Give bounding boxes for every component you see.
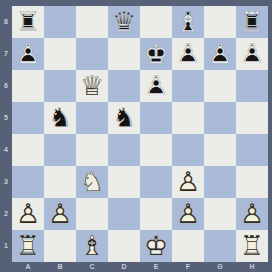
chess-diagram: ♜♖♛♕♝♗♜♖♟♙♚♔♟♙♟♙♟♙♛♕♟♙♞♘♞♘♞♘♟♙♟♙♟♙♟♙♟♙♜♖… xyxy=(0,0,272,272)
square-a6[interactable] xyxy=(12,70,44,102)
piece-outline-glyph: ♔ xyxy=(140,38,172,70)
file-label-a: A xyxy=(12,262,44,272)
square-g7[interactable]: ♟♙ xyxy=(204,38,236,70)
white-bishop-c1[interactable]: ♝♗ xyxy=(76,230,108,262)
white-pawn-a2[interactable]: ♟♙ xyxy=(12,198,44,230)
square-b5[interactable]: ♞♘ xyxy=(44,102,76,134)
piece-outline-glyph: ♘ xyxy=(108,102,140,134)
piece-outline-glyph: ♕ xyxy=(76,70,108,102)
square-c4[interactable] xyxy=(76,134,108,166)
piece-outline-glyph: ♖ xyxy=(236,230,268,262)
square-c2[interactable] xyxy=(76,198,108,230)
square-a5[interactable] xyxy=(12,102,44,134)
square-e7[interactable]: ♚♔ xyxy=(140,38,172,70)
piece-outline-glyph: ♘ xyxy=(44,102,76,134)
square-h2[interactable]: ♟♙ xyxy=(236,198,268,230)
file-label-d: D xyxy=(108,262,140,272)
square-d7[interactable] xyxy=(108,38,140,70)
square-c5[interactable] xyxy=(76,102,108,134)
square-f2[interactable]: ♟♙ xyxy=(172,198,204,230)
rank-label-6: 6 xyxy=(0,70,12,102)
piece-outline-glyph: ♙ xyxy=(172,166,204,198)
piece-outline-glyph: ♙ xyxy=(12,198,44,230)
piece-outline-glyph: ♙ xyxy=(172,38,204,70)
square-f4[interactable] xyxy=(172,134,204,166)
black-pawn-h7[interactable]: ♟♙ xyxy=(236,38,268,70)
square-d6[interactable] xyxy=(108,70,140,102)
file-label-h: H xyxy=(236,262,268,272)
piece-outline-glyph: ♙ xyxy=(140,70,172,102)
file-labels: ABCDEFGH xyxy=(12,262,268,272)
square-c3[interactable]: ♞♘ xyxy=(76,166,108,198)
rank-label-4: 4 xyxy=(0,134,12,166)
square-b6[interactable] xyxy=(44,70,76,102)
square-b7[interactable] xyxy=(44,38,76,70)
piece-outline-glyph: ♔ xyxy=(140,230,172,262)
square-e2[interactable] xyxy=(140,198,172,230)
square-e6[interactable]: ♟♙ xyxy=(140,70,172,102)
square-d3[interactable] xyxy=(108,166,140,198)
square-a7[interactable]: ♟♙ xyxy=(12,38,44,70)
rank-label-1: 1 xyxy=(0,230,12,262)
square-b3[interactable] xyxy=(44,166,76,198)
white-rook-a1[interactable]: ♜♖ xyxy=(12,230,44,262)
piece-outline-glyph: ♙ xyxy=(204,38,236,70)
black-pawn-f7[interactable]: ♟♙ xyxy=(172,38,204,70)
piece-outline-glyph: ♖ xyxy=(236,6,268,38)
black-pawn-e6[interactable]: ♟♙ xyxy=(140,70,172,102)
square-h4[interactable] xyxy=(236,134,268,166)
square-f6[interactable] xyxy=(172,70,204,102)
square-d1[interactable] xyxy=(108,230,140,262)
white-queen-c6[interactable]: ♛♕ xyxy=(76,70,108,102)
square-b2[interactable]: ♟♙ xyxy=(44,198,76,230)
rank-label-8: 8 xyxy=(0,6,12,38)
rank-label-2: 2 xyxy=(0,198,12,230)
file-label-b: B xyxy=(44,262,76,272)
square-c6[interactable]: ♛♕ xyxy=(76,70,108,102)
piece-outline-glyph: ♗ xyxy=(76,230,108,262)
square-h8[interactable]: ♜♖ xyxy=(236,6,268,38)
square-b8[interactable] xyxy=(44,6,76,38)
rank-label-3: 3 xyxy=(0,166,12,198)
square-a2[interactable]: ♟♙ xyxy=(12,198,44,230)
piece-outline-glyph: ♙ xyxy=(44,198,76,230)
square-a3[interactable] xyxy=(12,166,44,198)
black-queen-d8[interactable]: ♛♕ xyxy=(108,6,140,38)
square-f5[interactable] xyxy=(172,102,204,134)
white-pawn-f3[interactable]: ♟♙ xyxy=(172,166,204,198)
square-g4[interactable] xyxy=(204,134,236,166)
square-e8[interactable] xyxy=(140,6,172,38)
file-label-c: C xyxy=(76,262,108,272)
piece-outline-glyph: ♕ xyxy=(108,6,140,38)
square-h5[interactable] xyxy=(236,102,268,134)
square-g1[interactable] xyxy=(204,230,236,262)
file-label-e: E xyxy=(140,262,172,272)
square-e1[interactable]: ♚♔ xyxy=(140,230,172,262)
file-label-f: F xyxy=(172,262,204,272)
square-d5[interactable]: ♞♘ xyxy=(108,102,140,134)
black-bishop-f8[interactable]: ♝♗ xyxy=(172,6,204,38)
piece-outline-glyph: ♗ xyxy=(172,6,204,38)
square-d2[interactable] xyxy=(108,198,140,230)
square-d8[interactable]: ♛♕ xyxy=(108,6,140,38)
piece-outline-glyph: ♙ xyxy=(236,198,268,230)
file-label-g: G xyxy=(204,262,236,272)
rank-label-7: 7 xyxy=(0,38,12,70)
rank-label-5: 5 xyxy=(0,102,12,134)
square-e5[interactable] xyxy=(140,102,172,134)
square-f7[interactable]: ♟♙ xyxy=(172,38,204,70)
black-pawn-a7[interactable]: ♟♙ xyxy=(12,38,44,70)
white-pawn-b2[interactable]: ♟♙ xyxy=(44,198,76,230)
piece-outline-glyph: ♙ xyxy=(236,38,268,70)
white-pawn-f2[interactable]: ♟♙ xyxy=(172,198,204,230)
chess-board: ♜♖♛♕♝♗♜♖♟♙♚♔♟♙♟♙♟♙♛♕♟♙♞♘♞♘♞♘♟♙♟♙♟♙♟♙♟♙♜♖… xyxy=(12,6,268,262)
square-e4[interactable] xyxy=(140,134,172,166)
square-g6[interactable] xyxy=(204,70,236,102)
white-king-e1[interactable]: ♚♔ xyxy=(140,230,172,262)
square-g8[interactable] xyxy=(204,6,236,38)
square-h7[interactable]: ♟♙ xyxy=(236,38,268,70)
square-c8[interactable] xyxy=(76,6,108,38)
black-knight-b5[interactable]: ♞♘ xyxy=(44,102,76,134)
piece-outline-glyph: ♖ xyxy=(12,6,44,38)
black-king-e7[interactable]: ♚♔ xyxy=(140,38,172,70)
white-rook-h1[interactable]: ♜♖ xyxy=(236,230,268,262)
square-d4[interactable] xyxy=(108,134,140,166)
square-g3[interactable] xyxy=(204,166,236,198)
square-c1[interactable]: ♝♗ xyxy=(76,230,108,262)
black-pawn-g7[interactable]: ♟♙ xyxy=(204,38,236,70)
piece-outline-glyph: ♘ xyxy=(76,166,108,198)
black-knight-d5[interactable]: ♞♘ xyxy=(108,102,140,134)
square-h6[interactable] xyxy=(236,70,268,102)
square-h3[interactable] xyxy=(236,166,268,198)
square-f8[interactable]: ♝♗ xyxy=(172,6,204,38)
square-b1[interactable] xyxy=(44,230,76,262)
piece-outline-glyph: ♙ xyxy=(172,198,204,230)
square-a4[interactable] xyxy=(12,134,44,166)
square-f1[interactable] xyxy=(172,230,204,262)
square-e3[interactable] xyxy=(140,166,172,198)
black-rook-h8[interactable]: ♜♖ xyxy=(236,6,268,38)
square-f3[interactable]: ♟♙ xyxy=(172,166,204,198)
white-pawn-h2[interactable]: ♟♙ xyxy=(236,198,268,230)
square-a8[interactable]: ♜♖ xyxy=(12,6,44,38)
piece-outline-glyph: ♙ xyxy=(12,38,44,70)
square-h1[interactable]: ♜♖ xyxy=(236,230,268,262)
square-a1[interactable]: ♜♖ xyxy=(12,230,44,262)
white-knight-c3[interactable]: ♞♘ xyxy=(76,166,108,198)
square-c7[interactable] xyxy=(76,38,108,70)
square-g2[interactable] xyxy=(204,198,236,230)
square-g5[interactable] xyxy=(204,102,236,134)
rank-labels: 87654321 xyxy=(0,6,12,262)
square-b4[interactable] xyxy=(44,134,76,166)
black-rook-a8[interactable]: ♜♖ xyxy=(12,6,44,38)
piece-outline-glyph: ♖ xyxy=(12,230,44,262)
